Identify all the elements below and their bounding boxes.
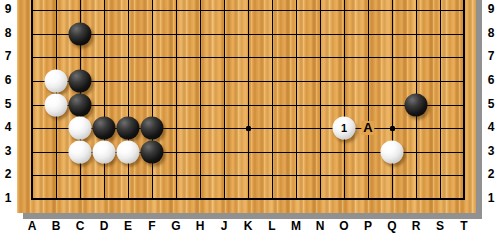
row-label-right-5: 5	[482, 97, 500, 111]
row-label-left-5: 5	[0, 97, 17, 111]
star-point-K4	[246, 126, 251, 131]
column-label-T: T	[454, 219, 474, 233]
grid-line-vertical-L	[272, 0, 273, 200]
grid-line-horizontal-6	[31, 81, 465, 82]
row-label-left-6: 6	[0, 73, 17, 87]
column-label-S: S	[430, 219, 450, 233]
column-label-Q: Q	[382, 219, 402, 233]
point-label-A: A	[361, 121, 374, 135]
row-label-right-2: 2	[482, 167, 500, 181]
stone-white-B6[interactable]	[45, 69, 68, 92]
stone-black-C5[interactable]	[69, 93, 92, 116]
column-label-L: L	[262, 219, 282, 233]
stone-white-C4[interactable]	[69, 117, 92, 140]
row-label-right-3: 3	[482, 144, 500, 158]
grid-line-horizontal-5	[31, 105, 465, 106]
grid-line-vertical-M	[296, 0, 297, 200]
row-label-left-1: 1	[0, 191, 17, 205]
stone-black-C6[interactable]	[69, 69, 92, 92]
star-point-Q4	[390, 126, 395, 131]
grid-line-vertical-K	[248, 0, 249, 200]
grid-line-horizontal-7	[31, 57, 465, 58]
grid-line-vertical-H	[200, 0, 201, 200]
column-label-O: O	[334, 219, 354, 233]
go-board-diagram: 1A987654321987654321ABCDEFGHJKLMNOPQRST	[0, 0, 500, 236]
row-label-right-1: 1	[482, 191, 500, 205]
grid-line-vertical-E	[128, 0, 129, 200]
row-label-left-2: 2	[0, 167, 17, 181]
column-label-H: H	[190, 219, 210, 233]
column-label-G: G	[166, 219, 186, 233]
column-label-N: N	[310, 219, 330, 233]
column-label-A: A	[22, 219, 42, 233]
stone-white-E3[interactable]	[117, 140, 140, 163]
column-label-J: J	[214, 219, 234, 233]
row-label-left-8: 8	[0, 26, 17, 40]
row-label-right-7: 7	[482, 49, 500, 63]
column-label-R: R	[406, 219, 426, 233]
grid-line-vertical-A	[31, 0, 33, 200]
stone-white-C3[interactable]	[69, 140, 92, 163]
column-label-E: E	[118, 219, 138, 233]
grid-line-horizontal-1	[31, 198, 465, 200]
grid-line-horizontal-2	[31, 175, 465, 176]
row-label-left-9: 9	[0, 2, 17, 16]
grid-line-vertical-G	[176, 0, 177, 200]
grid-line-vertical-S	[440, 0, 441, 200]
stone-white-O4[interactable]: 1	[333, 117, 356, 140]
stone-white-Q3[interactable]	[381, 140, 404, 163]
move-number-label: 1	[341, 122, 347, 133]
grid-line-vertical-N	[320, 0, 321, 200]
column-label-M: M	[286, 219, 306, 233]
column-label-P: P	[358, 219, 378, 233]
stone-black-F4[interactable]	[141, 117, 164, 140]
row-label-left-3: 3	[0, 144, 17, 158]
grid-line-vertical-O	[344, 0, 345, 200]
grid-line-vertical-P	[368, 0, 369, 200]
column-label-K: K	[238, 219, 258, 233]
column-label-D: D	[94, 219, 114, 233]
stone-black-E4[interactable]	[117, 117, 140, 140]
grid-line-vertical-F	[152, 0, 153, 200]
go-board[interactable]: 1A987654321987654321ABCDEFGHJKLMNOPQRST	[0, 0, 500, 236]
grid-line-horizontal-8	[31, 34, 465, 35]
stone-black-R5[interactable]	[405, 93, 428, 116]
stone-white-D3[interactable]	[93, 140, 116, 163]
grid-line-horizontal-9	[31, 10, 465, 11]
column-label-B: B	[46, 219, 66, 233]
column-label-F: F	[142, 219, 162, 233]
row-label-left-4: 4	[0, 120, 17, 134]
grid-line-vertical-Q	[392, 0, 393, 200]
stone-black-F3[interactable]	[141, 140, 164, 163]
stone-black-D4[interactable]	[93, 117, 116, 140]
grid-line-vertical-D	[104, 0, 105, 200]
row-label-left-7: 7	[0, 49, 17, 63]
grid-line-vertical-J	[224, 0, 225, 200]
stone-black-C8[interactable]	[69, 22, 92, 45]
row-label-right-8: 8	[482, 26, 500, 40]
grid-line-vertical-T	[463, 0, 465, 200]
row-label-right-9: 9	[482, 2, 500, 16]
row-label-right-6: 6	[482, 73, 500, 87]
column-label-C: C	[70, 219, 90, 233]
stone-white-B5[interactable]	[45, 93, 68, 116]
row-label-right-4: 4	[482, 120, 500, 134]
